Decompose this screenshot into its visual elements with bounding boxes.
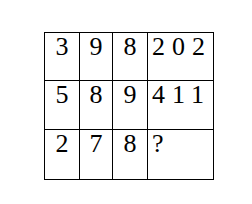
cell-r1-c2: 9 <box>80 33 113 81</box>
cell-r1-c4: 202 <box>148 33 214 81</box>
cell-r3-c4-missing-value: ? <box>148 130 214 180</box>
cell-r2-c1: 5 <box>45 81 80 130</box>
cell-r2-c4: 411 <box>148 81 214 130</box>
puzzle-grid: 3 9 8 202 5 8 9 411 2 7 8 ? <box>44 32 214 180</box>
cell-r3-c2: 7 <box>80 130 113 180</box>
cell-r1-c3: 8 <box>113 33 148 81</box>
cell-r1-c1: 3 <box>45 33 80 81</box>
puzzle-page: 3 9 8 202 5 8 9 411 2 7 8 ? <box>0 0 252 204</box>
cell-r3-c1: 2 <box>45 130 80 180</box>
cell-r3-c3: 8 <box>113 130 148 180</box>
cell-r2-c3: 9 <box>113 81 148 130</box>
cell-r2-c2: 8 <box>80 81 113 130</box>
